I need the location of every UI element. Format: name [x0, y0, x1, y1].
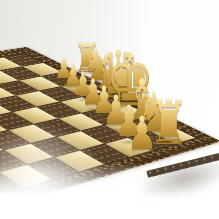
product-photo-scene: ♜♟♞♟♝♟♛♟♚♟♝♟♞♟♜♟ — [0, 0, 219, 219]
piece-gold-pawn-h2[interactable]: ♟ — [127, 110, 157, 156]
